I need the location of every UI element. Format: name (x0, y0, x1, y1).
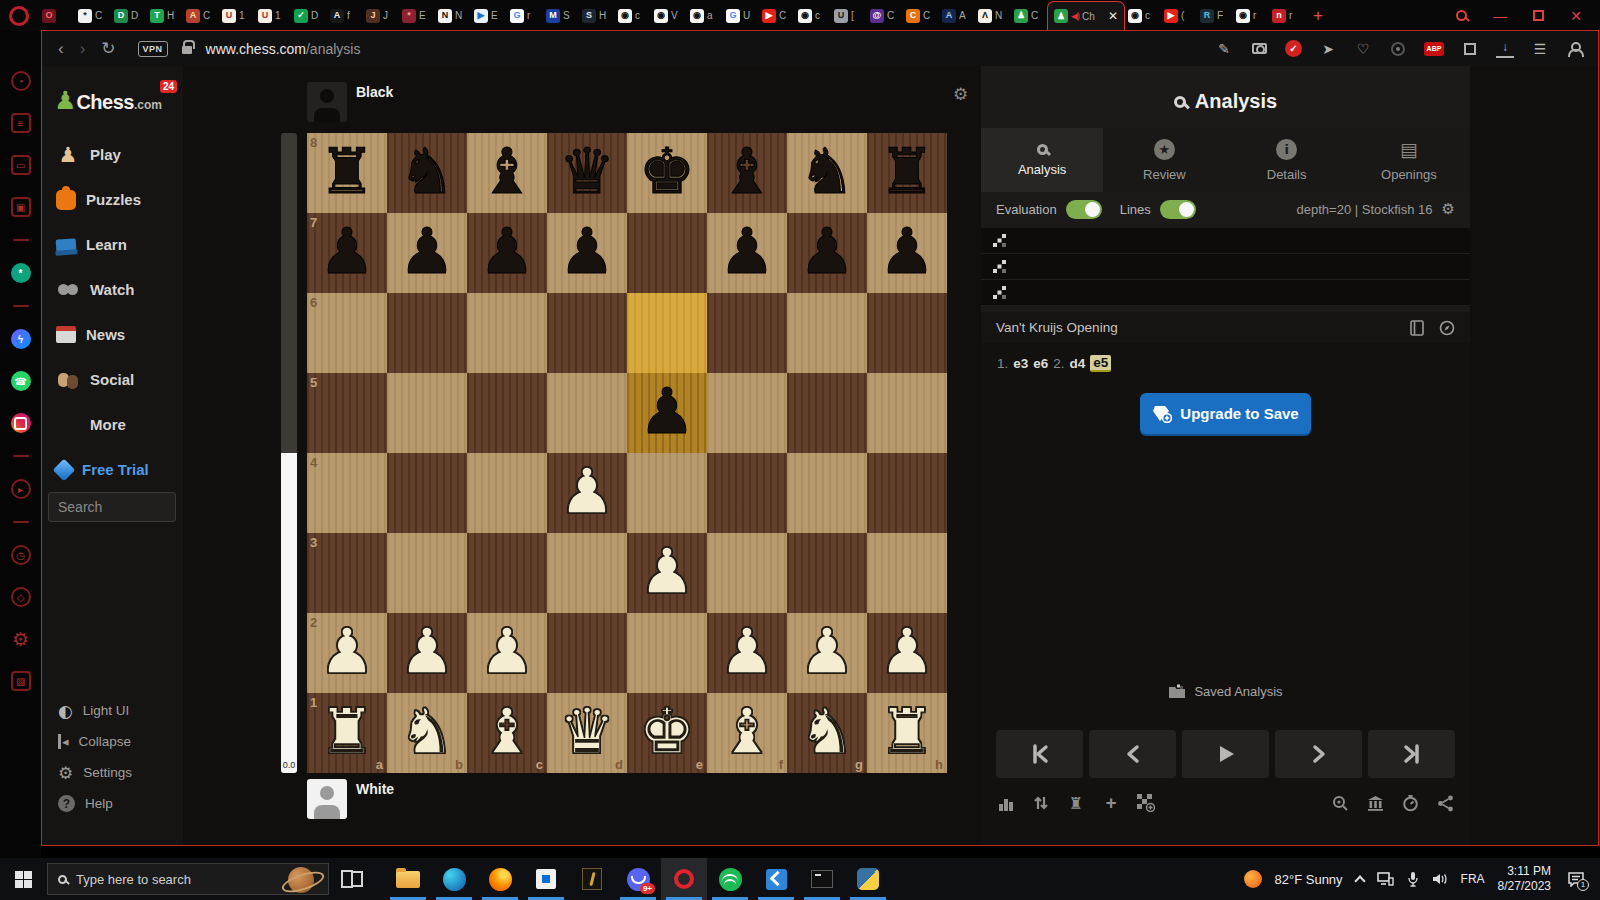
move-list[interactable]: 1.e3e62.d4e5 (981, 350, 1470, 376)
browser-tab[interactable]: ◉c (795, 1, 831, 31)
taskbar-app-firefox[interactable] (477, 858, 523, 900)
square-b8[interactable]: ♞ (387, 133, 467, 213)
browser-tab[interactable]: NN (435, 1, 471, 31)
browser-tab[interactable]: nr (1269, 1, 1305, 31)
square-h5[interactable] (867, 373, 947, 453)
start-button[interactable] (15, 871, 32, 888)
footer-item-settings[interactable]: ⚙Settings (42, 757, 183, 788)
taskbar-app-terminal[interactable] (799, 858, 845, 900)
sidebar-item-puzzles[interactable]: Puzzles (42, 177, 183, 222)
browser-tab[interactable]: SH (579, 1, 615, 31)
sidebar-setup-icon[interactable]: ☰ (1531, 40, 1549, 58)
extensions-icon[interactable]: ◇ (11, 587, 31, 607)
taskbar-app-discord[interactable]: 9+ (615, 858, 661, 900)
square-a5[interactable]: 5 (307, 373, 387, 453)
evaluation-toggle[interactable] (1066, 200, 1102, 219)
puzzles-icon (56, 190, 76, 210)
footer-item-light-ui[interactable]: ◐Light UI (42, 695, 183, 726)
explorer-compass-icon[interactable] (1439, 320, 1455, 336)
snapshot-icon[interactable]: ▨ (11, 671, 31, 691)
black-rook[interactable]: ♜ (867, 133, 947, 213)
tab-favicon-icon: * (78, 9, 92, 23)
tab-favicon-icon: ▶ (762, 9, 776, 23)
browser-tab[interactable]: ΛN (975, 1, 1011, 31)
square-f7[interactable]: ♟ (707, 213, 787, 293)
browser-tab[interactable]: U[ (831, 1, 867, 31)
square-h2[interactable]: ♟ (867, 613, 947, 693)
rank-label: 4 (310, 455, 317, 470)
move-token[interactable]: 1. (997, 356, 1008, 371)
app-badge: 9+ (640, 883, 655, 894)
square-h3[interactable] (867, 533, 947, 613)
sidebar-item-social[interactable]: Social (42, 357, 183, 402)
last-move-button[interactable] (1368, 730, 1455, 778)
browser-tab[interactable]: ✓D (291, 1, 327, 31)
move-token[interactable]: 2. (1053, 356, 1064, 371)
browser-tab[interactable]: Af (327, 1, 363, 31)
tab-title: r (1289, 10, 1292, 21)
play-button[interactable] (1182, 730, 1269, 778)
chess-board[interactable]: 8♜♞♝♛♚♝♞♜7♟♟♟♟♟♟♟65♟4♟3♟2♟♟♟♟♟♟1a♜b♞c♝d♛… (307, 133, 947, 773)
white-pawn[interactable]: ♟ (787, 613, 867, 693)
taskbar-apps: 9+ (385, 858, 891, 900)
white-pawn[interactable]: ♟ (867, 613, 947, 693)
square-b1[interactable]: b♞ (387, 693, 467, 773)
browser-tab[interactable]: TH (147, 1, 183, 31)
address-bar[interactable]: www.chess.com/analysis (206, 41, 361, 57)
white-knight[interactable]: ♞ (387, 693, 467, 773)
light-icon: ◐ (58, 701, 73, 721)
engine-line-row[interactable] (981, 228, 1470, 254)
browser-tab[interactable]: ◉c (1125, 1, 1161, 31)
black-pawn[interactable]: ♟ (787, 213, 867, 293)
square-f1[interactable]: f♝ (707, 693, 787, 773)
white-knight[interactable]: ♞ (787, 693, 867, 773)
minimize-button[interactable]: — (1493, 8, 1507, 24)
black-avatar[interactable] (307, 82, 347, 122)
chart-icon[interactable] (996, 793, 1016, 813)
tab-title: c (1145, 10, 1150, 21)
square-g6[interactable] (787, 293, 867, 373)
square-g4[interactable] (787, 453, 867, 533)
square-a4[interactable]: 4 (307, 453, 387, 533)
sidebar-item-label: Puzzles (86, 191, 141, 208)
language-indicator[interactable]: FRA (1461, 872, 1485, 886)
square-b7[interactable]: ♟ (387, 213, 467, 293)
white-pawn[interactable]: ♟ (707, 613, 787, 693)
square-d5[interactable] (547, 373, 627, 453)
white-bishop[interactable]: ♝ (467, 693, 547, 773)
tab-favicon-icon: ◉ (1128, 9, 1142, 23)
active-tab-title: Ch (1082, 11, 1095, 22)
sidebar-item-free-trial[interactable]: Free Trial (42, 447, 183, 492)
sidebar-item-play[interactable]: Play (42, 132, 183, 177)
tab-close-icon[interactable]: ✕ (1108, 9, 1118, 23)
add-icon[interactable]: + (1101, 793, 1121, 813)
black-bishop[interactable]: ♝ (707, 133, 787, 213)
square-e8[interactable]: ♚ (627, 133, 707, 213)
square-e4[interactable] (627, 453, 707, 533)
player-icon[interactable]: ▸ (11, 479, 31, 499)
square-e1[interactable]: e♚ (627, 693, 707, 773)
square-d7[interactable]: ♟ (547, 213, 627, 293)
black-pawn[interactable]: ♟ (307, 213, 387, 293)
notification-center-icon[interactable]: 1 (1568, 872, 1584, 887)
taskbar-app-store[interactable] (523, 858, 569, 900)
explorer-library-icon[interactable] (1365, 793, 1385, 813)
tab-favicon-icon: ◉ (1236, 9, 1250, 23)
square-b5[interactable] (387, 373, 467, 453)
browser-tab[interactable]: *E (399, 1, 435, 31)
square-f5[interactable] (707, 373, 787, 453)
square-d6[interactable] (547, 293, 627, 373)
square-g3[interactable] (787, 533, 867, 613)
tab-title: C (923, 10, 930, 21)
sidebar-item-news[interactable]: News (42, 312, 183, 357)
square-d8[interactable]: ♛ (547, 133, 627, 213)
pieces-setup-icon[interactable]: ♜ (1066, 793, 1086, 813)
black-pawn[interactable]: ♟ (547, 213, 627, 293)
white-rook[interactable]: ♜ (307, 693, 387, 773)
browser-tab[interactable]: AC (183, 1, 219, 31)
next-move-button[interactable] (1275, 730, 1362, 778)
white-avatar[interactable] (307, 779, 347, 819)
diamond-plus-icon (1152, 405, 1172, 423)
sidebar-item-learn[interactable]: Learn (42, 222, 183, 267)
previous-move-button[interactable] (1089, 730, 1176, 778)
square-f6[interactable] (707, 293, 787, 373)
opening-row[interactable]: Van't Kruijs Opening (981, 312, 1470, 343)
layers-icon: ▤ (1400, 139, 1418, 160)
square-e5[interactable]: ♟ (627, 373, 707, 453)
adblock-badge[interactable]: ABP (1424, 42, 1444, 56)
tab-title: c (815, 10, 820, 21)
browser-tab[interactable]: ◉c (615, 1, 651, 31)
history-icon[interactable]: ◷ (11, 545, 31, 565)
white-pawn[interactable]: ♟ (387, 613, 467, 693)
browser-tab[interactable]: U1 (255, 1, 291, 31)
clock[interactable]: 3:11 PM 8/27/2023 (1498, 864, 1551, 894)
square-e3[interactable]: ♟ (627, 533, 707, 613)
taskbar-app-opera[interactable] (661, 858, 707, 900)
instagram-icon[interactable] (11, 413, 31, 433)
profile-icon[interactable] (1568, 42, 1582, 56)
taskbar-app-spotify[interactable] (707, 858, 753, 900)
square-f3[interactable] (707, 533, 787, 613)
browser-tab[interactable]: ♟C (1011, 1, 1047, 31)
white-bishop[interactable]: ♝ (707, 693, 787, 773)
black-knight[interactable]: ♞ (787, 133, 867, 213)
black-rook[interactable]: ♜ (307, 133, 387, 213)
task-view-button[interactable] (345, 871, 363, 887)
tab-title: C (779, 10, 786, 21)
opera-logo-icon[interactable] (9, 6, 29, 26)
sidebar-item-label: Learn (86, 236, 127, 253)
square-e2[interactable] (627, 613, 707, 693)
black-pawn[interactable]: ♟ (867, 213, 947, 293)
square-a3[interactable]: 3 (307, 533, 387, 613)
settings-icon[interactable]: ⚙ (11, 629, 31, 649)
browser-tab[interactable]: U1 (219, 1, 255, 31)
square-d4[interactable]: ♟ (547, 453, 627, 533)
move-token[interactable]: d4 (1070, 356, 1086, 371)
square-c8[interactable]: ♝ (467, 133, 547, 213)
square-c7[interactable]: ♟ (467, 213, 547, 293)
black-knight[interactable]: ♞ (387, 133, 467, 213)
square-b4[interactable] (387, 453, 467, 533)
footer-item-collapse[interactable]: ◂Collapse (42, 726, 183, 757)
square-f4[interactable] (707, 453, 787, 533)
tab-analysis[interactable]: Analysis (981, 128, 1103, 192)
edit-icon[interactable]: ✎ (1215, 40, 1233, 58)
messenger-icon[interactable]: ϟ (11, 329, 31, 349)
evaluation-bar: 0.0 (281, 133, 297, 773)
sidebar-item-label: Free Trial (82, 461, 149, 478)
tab-details[interactable]: iDetails (1226, 128, 1348, 192)
chesscom-logo[interactable]: ♟Chess.com 24 (42, 66, 183, 114)
tab-title: f (347, 10, 350, 21)
tab-title: D (311, 10, 318, 21)
tab-openings[interactable]: ▤Openings (1348, 128, 1470, 192)
browser-tab-bar: O*CDDTHACU1U1✓DAfJJ*ENN▶EGrMSSH◉c◉V◉aGU▶… (0, 0, 1600, 31)
square-g2[interactable]: ♟ (787, 613, 867, 693)
square-d2[interactable] (547, 613, 627, 693)
evaluation-value: 0.0 (281, 760, 297, 770)
square-b2[interactable]: ♟ (387, 613, 467, 693)
square-f8[interactable]: ♝ (707, 133, 787, 213)
black-queen[interactable]: ♛ (547, 133, 627, 213)
move-token[interactable]: e3 (1013, 356, 1028, 371)
white-pawn[interactable]: ♟ (627, 533, 707, 613)
engine-lines (981, 228, 1470, 306)
square-h8[interactable]: ♜ (867, 133, 947, 213)
white-queen[interactable]: ♛ (547, 693, 627, 773)
python-icon (857, 868, 879, 890)
speaker-icon[interactable] (1432, 872, 1448, 886)
weather-sun-icon[interactable] (1244, 870, 1262, 888)
browser-tab[interactable]: GU (723, 1, 759, 31)
square-g5[interactable] (787, 373, 867, 453)
black-pawn[interactable]: ♟ (627, 373, 707, 453)
flip-board-icon[interactable] (1031, 793, 1051, 813)
white-pawn[interactable]: ♟ (307, 613, 387, 693)
browser-tab[interactable]: AA (939, 1, 975, 31)
browser-tab[interactable]: ◉r (1233, 1, 1269, 31)
taskbar-search-placeholder: Type here to search (76, 872, 191, 887)
square-h6[interactable] (867, 293, 947, 373)
panel-tab-label: Review (1143, 167, 1186, 182)
square-c2[interactable]: ♟ (467, 613, 547, 693)
weather-label[interactable]: 82°F Sunny (1275, 872, 1343, 887)
downloads-icon[interactable]: ↓ (1496, 40, 1514, 58)
snapshot-icon[interactable] (1252, 43, 1267, 54)
tab-favicon-icon: @ (870, 9, 884, 23)
shield-check-icon[interactable]: ✓ (1285, 40, 1302, 57)
browser-tab[interactable]: O (39, 1, 75, 31)
square-h1[interactable]: h♜ (867, 693, 947, 773)
tray-expand-chevron-icon[interactable] (1354, 875, 1365, 886)
browser-tab[interactable]: ◉V (651, 1, 687, 31)
active-tab[interactable]: ♟◀)Ch✕ (1047, 1, 1125, 31)
whatsapp-icon[interactable]: ☎ (11, 371, 31, 391)
maximize-button[interactable] (1533, 10, 1544, 21)
share-icon[interactable] (1435, 793, 1455, 813)
network-icon[interactable] (1377, 872, 1394, 886)
sidebar-item-more[interactable]: More (42, 402, 183, 447)
black-pawn[interactable]: ♟ (387, 213, 467, 293)
opening-book-icon[interactable] (1409, 320, 1425, 336)
square-g8[interactable]: ♞ (787, 133, 867, 213)
date-label: 8/27/2023 (1498, 879, 1551, 894)
terminal-icon (811, 870, 833, 888)
taskbar-app-explorer[interactable] (385, 858, 431, 900)
briefcase-icon[interactable]: ≡ (11, 113, 31, 133)
tab-title: r (1253, 10, 1256, 21)
engine-line-row[interactable] (981, 280, 1470, 306)
saved-folder-icon (1168, 684, 1186, 699)
logo-brand: Chess (76, 91, 134, 114)
square-b3[interactable] (387, 533, 467, 613)
tab-favicon-icon: R (1200, 9, 1214, 23)
loading-spinner-icon (993, 260, 1006, 273)
cpu-icon[interactable]: ▣ (11, 197, 31, 217)
move-token[interactable]: e6 (1033, 356, 1048, 371)
upgrade-to-save-button[interactable]: Upgrade to Save (1140, 393, 1311, 434)
square-f2[interactable]: ♟ (707, 613, 787, 693)
engine-settings-gear-icon[interactable]: ⚙ (1442, 200, 1455, 218)
speeddial-icon[interactable]: ◔ (11, 71, 31, 91)
sidebar-item-watch[interactable]: Watch (42, 267, 183, 312)
magnifier-icon (1037, 144, 1048, 155)
square-c6[interactable] (467, 293, 547, 373)
square-c3[interactable] (467, 533, 547, 613)
square-e6[interactable] (627, 293, 707, 373)
square-a6[interactable]: 6 (307, 293, 387, 373)
engine-depth-label: depth=20 | Stockfish 16 (1297, 202, 1433, 217)
vpn-badge[interactable]: VPN (138, 41, 168, 57)
panel-header: Analysis (981, 90, 1470, 113)
tab-title: ( (1181, 10, 1184, 21)
black-king[interactable]: ♚ (627, 133, 707, 213)
white-king[interactable]: ♚ (627, 693, 707, 773)
taskbar-search[interactable]: Type here to search (47, 863, 329, 895)
timer-icon[interactable] (1400, 793, 1420, 813)
black-bishop[interactable]: ♝ (467, 133, 547, 213)
board-editor-icon[interactable] (1136, 793, 1156, 813)
edge-icon (443, 868, 466, 891)
footer-item-label: Collapse (79, 734, 132, 749)
browser-tab[interactable]: ▶E (471, 1, 507, 31)
extensions-cube-icon[interactable] (1464, 43, 1476, 55)
square-g7[interactable]: ♟ (787, 213, 867, 293)
square-a7[interactable]: 7♟ (307, 213, 387, 293)
square-a1[interactable]: 1a♜ (307, 693, 387, 773)
footer-item-label: Help (85, 796, 113, 811)
twitch-icon[interactable]: ▭ (11, 155, 31, 175)
reload-button[interactable]: ↻ (101, 38, 115, 59)
square-e7[interactable] (627, 213, 707, 293)
square-d1[interactable]: d♛ (547, 693, 627, 773)
board-settings-gear-icon[interactable]: ⚙ (953, 84, 968, 104)
square-c5[interactable] (467, 373, 547, 453)
browser-tab[interactable]: Gr (507, 1, 543, 31)
taskbar-app-python[interactable] (845, 858, 891, 900)
tab-review[interactable]: ★Review (1103, 128, 1225, 192)
browser-tab[interactable]: MS (543, 1, 579, 31)
square-c4[interactable] (467, 453, 547, 533)
square-d3[interactable] (547, 533, 627, 613)
square-h7[interactable]: ♟ (867, 213, 947, 293)
saturn-doodle (288, 867, 314, 893)
lock-icon (182, 46, 192, 54)
watch-icon (56, 278, 80, 302)
wallet-icon[interactable] (1391, 42, 1405, 56)
saved-analysis-row[interactable]: Saved Analysis (981, 684, 1470, 699)
white-pawn[interactable]: ♟ (547, 453, 627, 533)
sidebar-search-input[interactable] (48, 492, 176, 522)
black-pawn[interactable]: ♟ (467, 213, 547, 293)
engine-line-row[interactable] (981, 254, 1470, 280)
white-pawn[interactable]: ♟ (467, 613, 547, 693)
browser-search-icon[interactable] (1456, 10, 1467, 21)
browser-tab[interactable]: CC (903, 1, 939, 31)
browser-tab[interactable]: *C (75, 1, 111, 31)
social-icon (56, 368, 80, 392)
square-b6[interactable] (387, 293, 467, 373)
white-rook[interactable]: ♜ (867, 693, 947, 773)
spotify-icon (719, 868, 742, 891)
browser-tab[interactable]: ◉a (687, 1, 723, 31)
sidebar-item-label: Social (90, 371, 134, 388)
taskbar-app-edge[interactable] (431, 858, 477, 900)
square-h4[interactable] (867, 453, 947, 533)
current-move[interactable]: e5 (1090, 355, 1111, 372)
first-move-button[interactable] (996, 730, 1083, 778)
taskbar-app-lapp[interactable] (569, 858, 615, 900)
browser-tab[interactable]: ▶( (1161, 1, 1197, 31)
chatgpt-icon[interactable]: * (11, 263, 31, 283)
square-a2[interactable]: 2♟ (307, 613, 387, 693)
square-g1[interactable]: g♞ (787, 693, 867, 773)
loading-spinner-icon (993, 234, 1006, 247)
browser-tab[interactable]: JJ (363, 1, 399, 31)
taskbar-app-vscode[interactable] (753, 858, 799, 900)
self-analysis-icon[interactable] (1330, 793, 1350, 813)
back-button[interactable]: ‹ (58, 39, 64, 59)
new-tab-button[interactable]: + (1313, 6, 1323, 26)
tab-title: J (383, 10, 388, 21)
browser-tab[interactable]: DD (111, 1, 147, 31)
microphone-icon[interactable] (1407, 871, 1419, 887)
windows-taskbar: Type here to search 9+ 82°F Sunny FRA 3:… (0, 858, 1600, 900)
footer-item-help[interactable]: ?Help (42, 788, 183, 819)
black-pawn[interactable]: ♟ (707, 213, 787, 293)
more-icon (56, 413, 80, 437)
tab-favicon-icon: T (150, 9, 164, 23)
square-c1[interactable]: c♝ (467, 693, 547, 773)
send-icon[interactable]: ➤ (1319, 40, 1337, 58)
analysis-magnifier-icon (1174, 96, 1186, 108)
close-button[interactable]: ✕ (1570, 8, 1582, 24)
lines-toggle[interactable] (1160, 200, 1196, 219)
heart-icon[interactable]: ♡ (1354, 40, 1372, 58)
browser-tab[interactable]: @C (867, 1, 903, 31)
panel-tab-label: Openings (1381, 167, 1437, 182)
browser-tab[interactable]: ▶C (759, 1, 795, 31)
forward-button[interactable]: › (80, 39, 86, 59)
browser-tab[interactable]: RF (1197, 1, 1233, 31)
square-a8[interactable]: 8♜ (307, 133, 387, 213)
